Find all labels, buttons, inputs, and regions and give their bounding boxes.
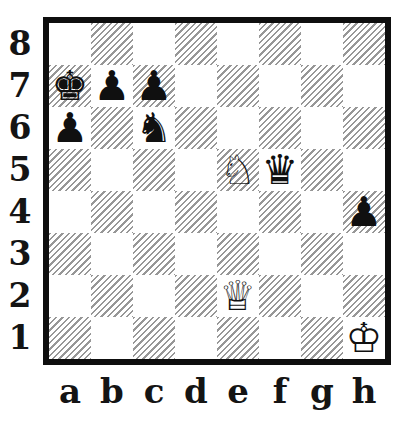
square-a6: ♟ [49, 107, 91, 149]
square-b7: ♟ [91, 65, 133, 107]
rank-label-2: 2 [2, 275, 38, 317]
square-c4 [133, 191, 175, 233]
square-c8 [133, 23, 175, 65]
black-pawn-b7: ♟ [91, 65, 133, 107]
square-h6 [343, 107, 385, 149]
chess-diagram-page: 87654321 ♚♟♟♟♞♘♛♟♕♔ abcdefgh [0, 0, 408, 437]
rank-label-3: 3 [2, 233, 38, 275]
square-c6: ♞ [133, 107, 175, 149]
black-queen-f5: ♛ [259, 149, 301, 191]
square-g4 [301, 191, 343, 233]
square-h2 [343, 275, 385, 317]
square-e7 [217, 65, 259, 107]
black-pawn-a6: ♟ [49, 107, 91, 149]
file-label-d: d [175, 370, 217, 412]
square-f2 [259, 275, 301, 317]
square-a5 [49, 149, 91, 191]
square-a3 [49, 233, 91, 275]
square-f5: ♛ [259, 149, 301, 191]
file-label-g: g [301, 370, 343, 412]
square-g3 [301, 233, 343, 275]
square-d8 [175, 23, 217, 65]
square-b2 [91, 275, 133, 317]
square-d7 [175, 65, 217, 107]
square-g1 [301, 317, 343, 359]
square-e6 [217, 107, 259, 149]
square-d4 [175, 191, 217, 233]
square-f4 [259, 191, 301, 233]
square-h4: ♟ [343, 191, 385, 233]
white-knight-e5: ♘ [217, 149, 259, 191]
black-king-a7: ♚ [49, 65, 91, 107]
white-queen-e2: ♕ [217, 275, 259, 317]
square-c5 [133, 149, 175, 191]
square-h7 [343, 65, 385, 107]
square-f6 [259, 107, 301, 149]
square-c7: ♟ [133, 65, 175, 107]
rank-label-4: 4 [2, 191, 38, 233]
square-d6 [175, 107, 217, 149]
square-e4 [217, 191, 259, 233]
white-king-h1: ♔ [343, 317, 385, 359]
square-a1 [49, 317, 91, 359]
square-b5 [91, 149, 133, 191]
square-e8 [217, 23, 259, 65]
square-d5 [175, 149, 217, 191]
board-frame: ♚♟♟♟♞♘♛♟♕♔ [43, 17, 391, 365]
square-g5 [301, 149, 343, 191]
square-h8 [343, 23, 385, 65]
square-h3 [343, 233, 385, 275]
square-c1 [133, 317, 175, 359]
square-g2 [301, 275, 343, 317]
file-label-f: f [259, 370, 301, 412]
square-g8 [301, 23, 343, 65]
rank-labels: 87654321 [2, 23, 38, 359]
rank-label-8: 8 [2, 23, 38, 65]
square-g7 [301, 65, 343, 107]
rank-label-5: 5 [2, 149, 38, 191]
file-label-e: e [217, 370, 259, 412]
square-f1 [259, 317, 301, 359]
black-pawn-c7: ♟ [133, 65, 175, 107]
square-f8 [259, 23, 301, 65]
file-labels: abcdefgh [49, 370, 385, 412]
square-b1 [91, 317, 133, 359]
square-f7 [259, 65, 301, 107]
rank-label-1: 1 [2, 317, 38, 359]
square-g6 [301, 107, 343, 149]
square-c2 [133, 275, 175, 317]
square-c3 [133, 233, 175, 275]
rank-label-6: 6 [2, 107, 38, 149]
square-h5 [343, 149, 385, 191]
square-e3 [217, 233, 259, 275]
chess-board: ♚♟♟♟♞♘♛♟♕♔ [49, 23, 385, 359]
square-h1: ♔ [343, 317, 385, 359]
square-d1 [175, 317, 217, 359]
square-b3 [91, 233, 133, 275]
square-b6 [91, 107, 133, 149]
square-f3 [259, 233, 301, 275]
square-e1 [217, 317, 259, 359]
square-b4 [91, 191, 133, 233]
square-d3 [175, 233, 217, 275]
square-e2: ♕ [217, 275, 259, 317]
rank-label-7: 7 [2, 65, 38, 107]
black-pawn-h4: ♟ [343, 191, 385, 233]
file-label-c: c [133, 370, 175, 412]
square-a2 [49, 275, 91, 317]
file-label-b: b [91, 370, 133, 412]
square-d2 [175, 275, 217, 317]
square-e5: ♘ [217, 149, 259, 191]
square-a7: ♚ [49, 65, 91, 107]
file-label-h: h [343, 370, 385, 412]
black-knight-c6: ♞ [133, 107, 175, 149]
file-label-a: a [49, 370, 91, 412]
square-b8 [91, 23, 133, 65]
square-a8 [49, 23, 91, 65]
square-a4 [49, 191, 91, 233]
